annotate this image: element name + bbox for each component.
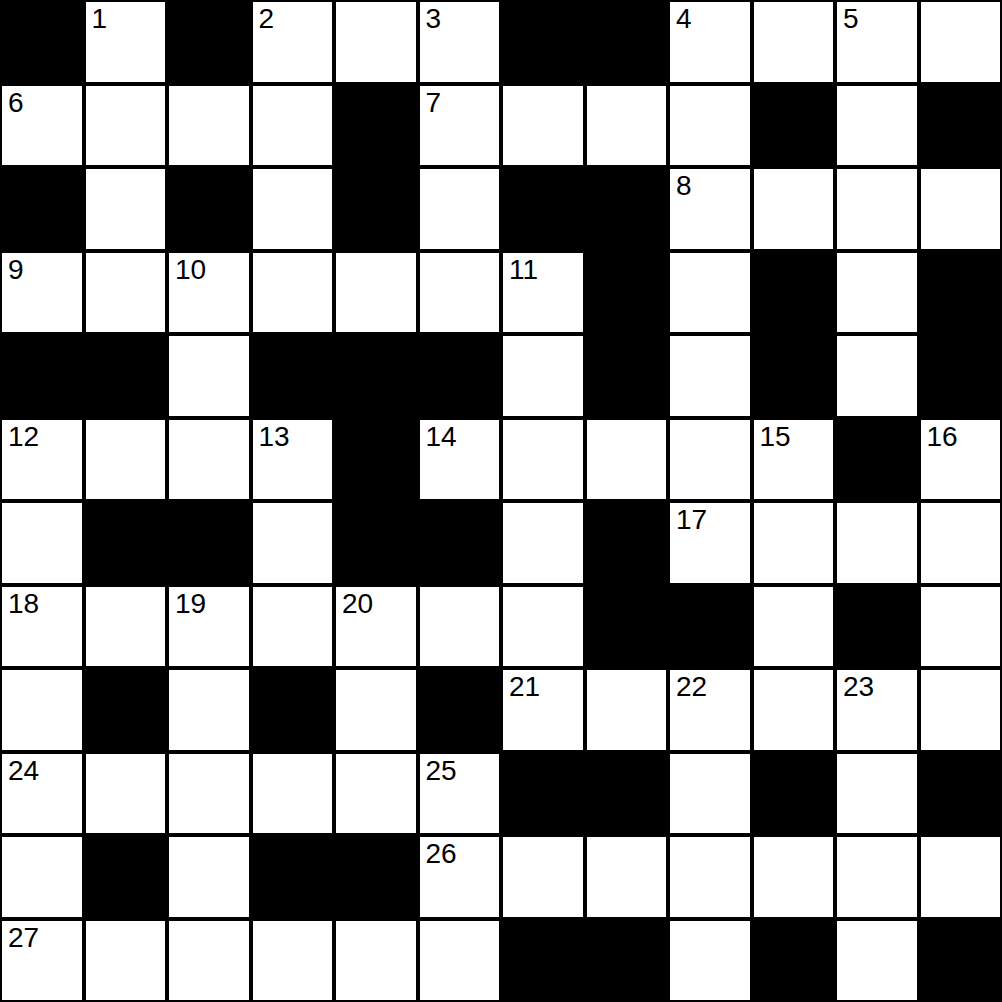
- cell-r4c1[interactable]: 9: [0, 251, 84, 335]
- clue-number: 21: [509, 671, 540, 703]
- cell-r11c7[interactable]: [501, 835, 585, 919]
- clue-number: 10: [175, 254, 206, 286]
- cell-r1c10[interactable]: [752, 0, 836, 84]
- cell-r8c1[interactable]: 18: [0, 585, 84, 669]
- black-cell: [752, 334, 836, 418]
- cell-r2c9[interactable]: [668, 84, 752, 168]
- cell-r4c3[interactable]: 10: [167, 251, 251, 335]
- cell-r4c11[interactable]: [835, 251, 919, 335]
- cell-r12c4[interactable]: [251, 919, 335, 1002]
- black-cell: [0, 0, 84, 84]
- clue-number: 13: [259, 421, 290, 453]
- cell-r7c4[interactable]: [251, 501, 335, 585]
- black-cell: [418, 668, 502, 752]
- cell-r8c4[interactable]: [251, 585, 335, 669]
- cell-r1c11[interactable]: 5: [835, 0, 919, 84]
- cell-r11c8[interactable]: [585, 835, 669, 919]
- cell-r4c2[interactable]: [84, 251, 168, 335]
- cell-r8c10[interactable]: [752, 585, 836, 669]
- black-cell: [84, 835, 168, 919]
- cell-r10c1[interactable]: 24: [0, 752, 84, 836]
- black-cell: [501, 752, 585, 836]
- cell-r1c6[interactable]: 3: [418, 0, 502, 84]
- cell-r11c10[interactable]: [752, 835, 836, 919]
- cell-r6c2[interactable]: [84, 418, 168, 502]
- cell-r7c7[interactable]: [501, 501, 585, 585]
- cell-r12c3[interactable]: [167, 919, 251, 1002]
- cell-r2c1[interactable]: 6: [0, 84, 84, 168]
- clue-number: 15: [760, 421, 791, 453]
- black-cell: [668, 585, 752, 669]
- clue-number: 23: [843, 671, 874, 703]
- black-cell: [585, 167, 669, 251]
- cell-r10c6[interactable]: 25: [418, 752, 502, 836]
- black-cell: [251, 835, 335, 919]
- cell-r10c11[interactable]: [835, 752, 919, 836]
- clue-number: 18: [8, 588, 39, 620]
- cell-r1c12[interactable]: [919, 0, 1002, 84]
- cell-r11c3[interactable]: [167, 835, 251, 919]
- cell-r2c4[interactable]: [251, 84, 335, 168]
- cell-r10c3[interactable]: [167, 752, 251, 836]
- black-cell: [919, 334, 1002, 418]
- cell-r5c3[interactable]: [167, 334, 251, 418]
- clue-number: 24: [8, 755, 39, 787]
- black-cell: [835, 418, 919, 502]
- black-cell: [0, 167, 84, 251]
- black-cell: [418, 334, 502, 418]
- cell-r10c5[interactable]: [334, 752, 418, 836]
- clue-number: 22: [676, 671, 707, 703]
- clue-number: 6: [8, 87, 24, 119]
- black-cell: [585, 919, 669, 1002]
- black-cell: [585, 501, 669, 585]
- clue-number: 11: [509, 254, 538, 286]
- black-cell: [167, 0, 251, 84]
- cell-r8c2[interactable]: [84, 585, 168, 669]
- black-cell: [334, 167, 418, 251]
- cell-r3c6[interactable]: [418, 167, 502, 251]
- clue-number: 8: [676, 170, 692, 202]
- cell-r12c1[interactable]: 27: [0, 919, 84, 1002]
- black-cell: [501, 167, 585, 251]
- black-cell: [919, 84, 1002, 168]
- cell-r12c11[interactable]: [835, 919, 919, 1002]
- black-cell: [752, 84, 836, 168]
- cell-r9c5[interactable]: [334, 668, 418, 752]
- clue-number: 7: [426, 87, 442, 119]
- cell-r8c7[interactable]: [501, 585, 585, 669]
- black-cell: [919, 251, 1002, 335]
- cell-r9c10[interactable]: [752, 668, 836, 752]
- cell-r10c2[interactable]: [84, 752, 168, 836]
- cell-r7c10[interactable]: [752, 501, 836, 585]
- cell-r9c11[interactable]: 23: [835, 668, 919, 752]
- cell-r2c11[interactable]: [835, 84, 919, 168]
- cell-r4c9[interactable]: [668, 251, 752, 335]
- clue-number: 16: [927, 421, 958, 453]
- clue-number: 20: [342, 588, 373, 620]
- cell-r8c6[interactable]: [418, 585, 502, 669]
- clue-number: 3: [426, 3, 442, 35]
- black-cell: [919, 752, 1002, 836]
- black-cell: [585, 251, 669, 335]
- cell-r11c11[interactable]: [835, 835, 919, 919]
- cell-r5c11[interactable]: [835, 334, 919, 418]
- black-cell: [835, 585, 919, 669]
- clue-number: 14: [426, 421, 457, 453]
- cell-r3c11[interactable]: [835, 167, 919, 251]
- cell-r9c3[interactable]: [167, 668, 251, 752]
- cell-r12c6[interactable]: [418, 919, 502, 1002]
- black-cell: [334, 334, 418, 418]
- clue-number: 9: [8, 254, 24, 286]
- black-cell: [501, 0, 585, 84]
- cell-r3c12[interactable]: [919, 167, 1002, 251]
- black-cell: [501, 919, 585, 1002]
- cell-r12c5[interactable]: [334, 919, 418, 1002]
- cell-r1c2[interactable]: 1: [84, 0, 168, 84]
- cell-r9c9[interactable]: 22: [668, 668, 752, 752]
- clue-number: 26: [426, 838, 457, 870]
- cell-r6c8[interactable]: [585, 418, 669, 502]
- clue-number: 1: [92, 3, 108, 35]
- clue-number: 25: [426, 755, 457, 787]
- cell-r11c12[interactable]: [919, 835, 1002, 919]
- cell-r2c6[interactable]: 7: [418, 84, 502, 168]
- black-cell: [334, 501, 418, 585]
- cell-r9c8[interactable]: [585, 668, 669, 752]
- cell-r9c12[interactable]: [919, 668, 1002, 752]
- cell-r6c6[interactable]: 14: [418, 418, 502, 502]
- cell-r6c9[interactable]: [668, 418, 752, 502]
- black-cell: [752, 752, 836, 836]
- clue-number: 27: [8, 922, 39, 954]
- cell-r10c4[interactable]: [251, 752, 335, 836]
- clue-number: 5: [843, 3, 859, 35]
- cell-r6c7[interactable]: [501, 418, 585, 502]
- cell-r1c4[interactable]: 2: [251, 0, 335, 84]
- black-cell: [585, 752, 669, 836]
- black-cell: [84, 668, 168, 752]
- cell-r2c3[interactable]: [167, 84, 251, 168]
- cell-r3c9[interactable]: 8: [668, 167, 752, 251]
- cell-r7c1[interactable]: [0, 501, 84, 585]
- cell-r3c2[interactable]: [84, 167, 168, 251]
- cell-r7c11[interactable]: [835, 501, 919, 585]
- cell-r12c9[interactable]: [668, 919, 752, 1002]
- clue-number: 19: [175, 588, 206, 620]
- clue-number: 2: [259, 3, 275, 35]
- cell-r6c4[interactable]: 13: [251, 418, 335, 502]
- cell-r9c1[interactable]: [0, 668, 84, 752]
- black-cell: [752, 919, 836, 1002]
- cell-r2c7[interactable]: [501, 84, 585, 168]
- cell-r9c7[interactable]: 21: [501, 668, 585, 752]
- cell-r2c2[interactable]: [84, 84, 168, 168]
- cell-r7c12[interactable]: [919, 501, 1002, 585]
- crossword-grid: 1234567891011121314151617181920212223242…: [0, 0, 1002, 1002]
- black-cell: [251, 334, 335, 418]
- cell-r5c7[interactable]: [501, 334, 585, 418]
- cell-r1c9[interactable]: 4: [668, 0, 752, 84]
- cell-r7c9[interactable]: 17: [668, 501, 752, 585]
- black-cell: [334, 418, 418, 502]
- black-cell: [585, 0, 669, 84]
- black-cell: [84, 334, 168, 418]
- black-cell: [752, 251, 836, 335]
- black-cell: [585, 334, 669, 418]
- cell-r8c5[interactable]: 20: [334, 585, 418, 669]
- cell-r4c7[interactable]: 11: [501, 251, 585, 335]
- cell-r6c3[interactable]: [167, 418, 251, 502]
- cell-r12c2[interactable]: [84, 919, 168, 1002]
- cell-r11c6[interactable]: 26: [418, 835, 502, 919]
- cell-r3c4[interactable]: [251, 167, 335, 251]
- black-cell: [334, 84, 418, 168]
- cell-r6c12[interactable]: 16: [919, 418, 1002, 502]
- black-cell: [334, 835, 418, 919]
- black-cell: [167, 501, 251, 585]
- black-cell: [0, 334, 84, 418]
- cell-r1c5[interactable]: [334, 0, 418, 84]
- cell-r6c1[interactable]: 12: [0, 418, 84, 502]
- cell-r8c12[interactable]: [919, 585, 1002, 669]
- black-cell: [585, 585, 669, 669]
- cell-r11c1[interactable]: [0, 835, 84, 919]
- cell-r4c6[interactable]: [418, 251, 502, 335]
- black-cell: [84, 501, 168, 585]
- clue-number: 4: [676, 3, 692, 35]
- black-cell: [167, 167, 251, 251]
- cell-r11c9[interactable]: [668, 835, 752, 919]
- cell-r4c4[interactable]: [251, 251, 335, 335]
- black-cell: [251, 668, 335, 752]
- cell-r10c9[interactable]: [668, 752, 752, 836]
- cell-r3c10[interactable]: [752, 167, 836, 251]
- cell-r2c8[interactable]: [585, 84, 669, 168]
- cell-r4c5[interactable]: [334, 251, 418, 335]
- black-cell: [919, 919, 1002, 1002]
- cell-r6c10[interactable]: 15: [752, 418, 836, 502]
- clue-number: 17: [676, 504, 707, 536]
- cell-r8c3[interactable]: 19: [167, 585, 251, 669]
- black-cell: [418, 501, 502, 585]
- clue-number: 12: [8, 421, 39, 453]
- cell-r5c9[interactable]: [668, 334, 752, 418]
